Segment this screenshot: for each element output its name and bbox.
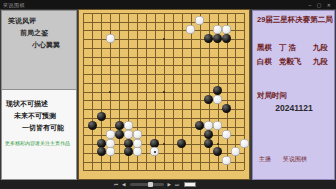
commentary-line: 现状不可描述 [2,98,76,110]
black-stone [204,34,213,43]
grid-line [83,118,244,119]
move-counter-box [184,182,196,187]
commentary-line: 未来不可预测 [2,110,76,122]
commentary-line: 笑说风评 [2,15,76,27]
commentary-line: 前局之鉴 [2,27,76,39]
event-title: 29届三星杯决赛第二局 [257,15,331,25]
white-stone [133,139,142,148]
black-stone [88,121,97,130]
black-stone [222,104,231,113]
white-player-name: 党毅飞 [279,55,313,69]
players-block: 黑棋 丁 浩 九段 白棋 党毅飞 九段 [257,41,331,69]
commentary-line: 一切皆有可能 [2,122,76,134]
white-stone [106,139,115,148]
black-stone [204,95,213,104]
go-board[interactable] [78,9,250,180]
black-player-row: 黑棋 丁 浩 九段 [257,41,331,55]
white-stone [222,130,231,139]
black-stone [213,147,222,156]
black-stone [97,112,106,121]
white-stone [231,147,240,156]
grid-line [173,13,174,170]
black-stone [97,147,106,156]
star-point [163,91,165,93]
white-stone [213,121,222,130]
white-stone [240,139,249,148]
commentary-line: 小心翼翼 [2,39,76,51]
white-stone [106,34,115,43]
game-time-label: 对局时间 [257,91,331,101]
star-point [163,143,165,145]
white-stone [222,25,231,34]
white-label: 白棋 [257,55,279,69]
black-player-name: 丁 浩 [279,41,313,55]
app-window: 笑说围棋 ‒ ▢ ✕ 笑说风评 前局之鉴 小心翼翼 现状不可描述 未来不可预测 … [0,0,336,189]
window-title: 笑说围棋 [3,2,25,8]
white-stone [133,147,142,156]
grid-line [83,170,244,171]
bottom-toolbar: ⏮ ◀ ▶ ⏭ [0,180,336,189]
host-label: 主播 [257,155,283,164]
black-label: 黑棋 [257,41,279,55]
prev-move-button[interactable]: ◀ [120,181,127,188]
black-stone [195,121,204,130]
promo-note: 更多精彩内容请关注主页作品 [2,140,76,146]
next-move-button[interactable]: ▶ [166,181,173,188]
black-stone [115,130,124,139]
white-player-row: 白棋 党毅飞 九段 [257,55,331,69]
black-stone [177,139,186,148]
white-stone [133,130,142,139]
white-stone [106,130,115,139]
black-stone [204,139,213,148]
black-stone [213,86,222,95]
white-stone [213,95,222,104]
game-date: 20241121 [257,103,331,113]
white-stone [106,147,115,156]
grid-line [83,109,244,110]
white-player-rank: 九段 [313,55,328,69]
black-stone [97,139,106,148]
white-stone [222,156,231,165]
star-point [109,91,111,93]
host-name: 笑说围棋 [283,155,307,164]
black-stone [124,147,133,156]
black-stone [213,34,222,43]
commentary-box-top: 笑说风评 前局之鉴 小心翼翼 [1,10,77,90]
star-point [217,143,219,145]
window-controls[interactable]: ‒ ▢ ✕ [309,2,333,8]
black-stone [222,34,231,43]
black-player-rank: 九段 [313,41,328,55]
move-slider[interactable] [130,183,164,186]
white-stone [213,25,222,34]
grid-line [200,13,201,170]
black-stone [204,130,213,139]
move-slider-thumb[interactable] [148,182,153,187]
white-stone [124,121,133,130]
last-move-button[interactable]: ⏭ [173,181,181,188]
black-stone [150,139,159,148]
move-transport-controls: ⏮ ◀ ▶ ⏭ [112,181,196,188]
white-stone [186,25,195,34]
title-bar: 笑说围棋 ‒ ▢ ✕ [0,0,336,9]
grid-line [83,162,244,163]
grid-line [191,13,192,170]
commentary-box-bottom: 现状不可描述 未来不可预测 一切皆有可能 更多精彩内容请关注主页作品 [1,90,77,180]
host-row: 主播 笑说围棋 [257,155,331,164]
white-stone [204,121,213,130]
white-stone [124,130,133,139]
left-commentary-panel: 笑说风评 前局之鉴 小心翼翼 现状不可描述 未来不可预测 一切皆有可能 更多精彩… [1,10,77,180]
game-info-panel: 29届三星杯决赛第二局 黑棋 丁 浩 九段 白棋 党毅飞 九段 对局时间 202… [252,10,335,180]
first-move-button[interactable]: ⏮ [112,181,120,188]
black-stone [115,121,124,130]
white-stone [195,16,204,25]
black-stone [124,139,133,148]
